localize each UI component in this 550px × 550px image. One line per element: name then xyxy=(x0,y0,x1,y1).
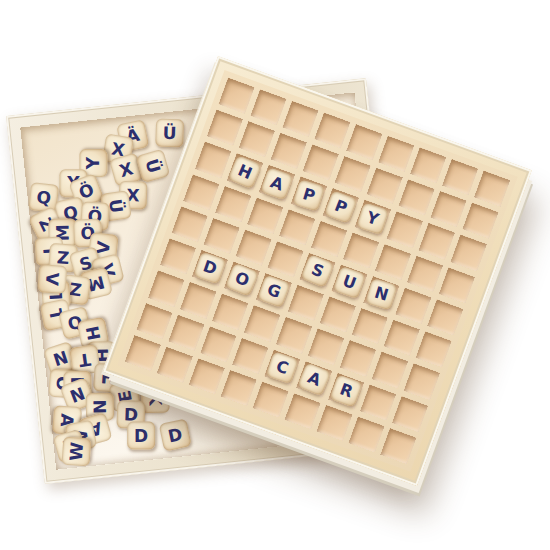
letter-cube[interactable]: C xyxy=(266,351,299,384)
board-cell[interactable] xyxy=(427,299,463,335)
scene: ÄÜXYXÜYÖXQÜQÖZMÖTVZSVMZLVTQHNHTQHMNEKNAD… xyxy=(0,0,550,550)
board-cell[interactable]: O xyxy=(224,262,260,298)
board-cell[interactable] xyxy=(311,221,347,257)
board-cell[interactable] xyxy=(180,282,216,318)
board-cell[interactable] xyxy=(157,347,193,383)
board-cell[interactable] xyxy=(462,203,498,239)
board-cell[interactable]: N xyxy=(363,276,399,312)
board-cell[interactable] xyxy=(195,142,231,178)
board-cell[interactable] xyxy=(451,235,487,271)
board-cell[interactable] xyxy=(268,241,304,277)
board-cell[interactable] xyxy=(378,136,414,172)
board-cell[interactable]: P xyxy=(323,189,359,225)
board-cell[interactable] xyxy=(404,364,440,400)
letter-cube[interactable]: P xyxy=(293,179,325,211)
letter-cube[interactable]: Ü xyxy=(155,119,184,148)
letter-cube[interactable]: N xyxy=(365,278,397,310)
board-cell[interactable] xyxy=(392,396,428,432)
letter-cube[interactable]: P xyxy=(324,190,358,224)
board-cell[interactable] xyxy=(285,393,321,429)
board-cell[interactable] xyxy=(399,180,435,216)
letter-cube[interactable]: W xyxy=(62,437,92,467)
board-cell[interactable] xyxy=(367,168,403,204)
board-cell[interactable]: D xyxy=(192,250,228,286)
letter-cube[interactable]: A xyxy=(297,362,331,396)
letter-cube[interactable]: O xyxy=(225,263,259,297)
board-cell[interactable] xyxy=(189,358,225,394)
board-cell[interactable]: G xyxy=(256,273,292,309)
board-cell[interactable] xyxy=(474,171,510,207)
letter-cube[interactable]: A xyxy=(260,167,293,200)
letter-cube[interactable]: G xyxy=(257,275,290,308)
board-cell[interactable] xyxy=(204,218,240,254)
board-cell[interactable] xyxy=(276,317,312,353)
board-cell[interactable]: Y xyxy=(355,200,391,236)
board-cell[interactable] xyxy=(172,206,208,242)
letter-cube[interactable]: U xyxy=(333,266,366,299)
letter-cube[interactable]: D xyxy=(159,418,192,451)
board-cell[interactable] xyxy=(212,294,248,330)
board-cell[interactable] xyxy=(247,198,283,234)
board-cell[interactable] xyxy=(282,101,318,137)
board-cell[interactable] xyxy=(253,382,289,418)
letter-cube[interactable]: V xyxy=(37,264,67,294)
board-cell[interactable]: U xyxy=(331,265,367,301)
board-cell[interactable] xyxy=(395,288,431,324)
board-cell[interactable] xyxy=(236,230,272,266)
board-cell[interactable] xyxy=(343,232,379,268)
board-cell[interactable] xyxy=(232,338,268,374)
board-cell[interactable]: P xyxy=(291,177,327,213)
board-cell[interactable] xyxy=(346,124,382,160)
board-cell[interactable] xyxy=(279,209,315,245)
board-cell[interactable] xyxy=(387,212,423,248)
board-cell[interactable] xyxy=(416,332,452,368)
board-cell[interactable] xyxy=(430,191,466,227)
board-cell[interactable] xyxy=(303,145,339,181)
board-cell[interactable] xyxy=(349,416,385,452)
letter-cube[interactable]: R xyxy=(330,374,363,407)
board-cell[interactable]: S xyxy=(299,253,335,289)
board-cell[interactable] xyxy=(407,256,443,292)
letter-cube[interactable]: H xyxy=(228,155,262,189)
board-cell[interactable] xyxy=(244,306,280,342)
board-cell[interactable]: C xyxy=(264,349,300,385)
board-cell[interactable] xyxy=(137,303,173,339)
board-cell[interactable] xyxy=(384,320,420,356)
board-cell[interactable] xyxy=(221,370,257,406)
board-cell[interactable] xyxy=(219,78,255,114)
board-cell[interactable] xyxy=(308,329,344,365)
board-cell[interactable] xyxy=(288,285,324,321)
board-cell[interactable] xyxy=(160,239,196,275)
board-cell[interactable]: A xyxy=(259,165,295,201)
board-cell[interactable] xyxy=(250,89,286,125)
letter-cube[interactable]: D xyxy=(127,422,155,450)
board-cell[interactable] xyxy=(200,326,236,362)
board-cell[interactable]: R xyxy=(328,373,364,409)
board-cell[interactable] xyxy=(320,297,356,333)
board-cell[interactable] xyxy=(340,341,376,377)
board-cell[interactable]: H xyxy=(227,154,263,190)
board-cell[interactable] xyxy=(148,271,184,307)
board-cell[interactable] xyxy=(207,110,243,146)
board-cell[interactable] xyxy=(271,133,307,169)
board-cell[interactable] xyxy=(360,384,396,420)
board-cell[interactable] xyxy=(439,267,475,303)
board-cell[interactable] xyxy=(410,148,446,184)
letter-cube[interactable]: D xyxy=(193,252,226,285)
board-cell[interactable]: A xyxy=(296,361,332,397)
board-cell[interactable] xyxy=(317,405,353,441)
letter-cube[interactable]: Y xyxy=(356,202,389,235)
board-cell[interactable] xyxy=(183,174,219,210)
board-cell[interactable] xyxy=(442,159,478,195)
board-cell[interactable] xyxy=(314,113,350,149)
board-cell[interactable] xyxy=(169,315,205,351)
board-cell[interactable] xyxy=(419,224,455,260)
board-cell[interactable] xyxy=(335,156,371,192)
letter-cube[interactable]: S xyxy=(300,254,334,288)
board-cell[interactable] xyxy=(215,186,251,222)
board-cell[interactable] xyxy=(125,335,161,371)
board-cell[interactable] xyxy=(375,244,411,280)
board-cell[interactable] xyxy=(380,428,416,464)
board-cell[interactable] xyxy=(352,308,388,344)
board-cell[interactable] xyxy=(372,352,408,388)
board-cell[interactable] xyxy=(239,122,275,158)
